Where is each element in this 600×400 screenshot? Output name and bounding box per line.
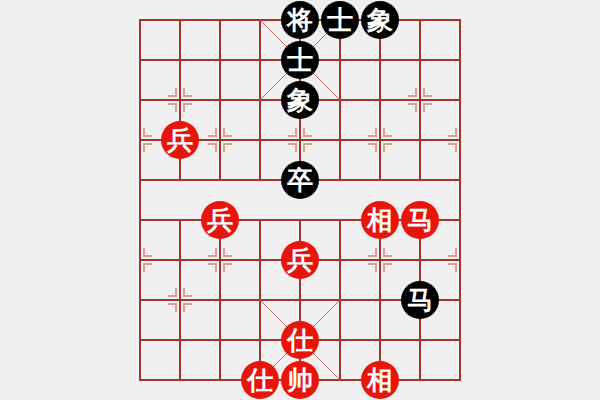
piece-red-pawn[interactable]: 兵 [201,201,239,239]
piece-red-elephant[interactable]: 相 [361,201,399,239]
piece-black-advisor[interactable]: 士 [281,41,319,79]
piece-red-pawn[interactable]: 兵 [281,241,319,279]
piece-black-elephant[interactable]: 象 [281,81,319,119]
xiangqi-screenshot: 将士象士象兵卒兵相马兵马仕仕帅相 [0,0,600,400]
piece-red-elephant[interactable]: 相 [361,361,399,399]
piece-red-advisor[interactable]: 仕 [281,321,319,359]
piece-black-horse[interactable]: 马 [401,281,439,319]
piece-black-advisor[interactable]: 士 [321,1,359,39]
piece-red-pawn[interactable]: 兵 [161,121,199,159]
piece-black-elephant[interactable]: 象 [361,1,399,39]
piece-red-general[interactable]: 帅 [281,361,319,399]
piece-black-general[interactable]: 将 [281,1,319,39]
piece-black-pawn[interactable]: 卒 [281,161,319,199]
piece-red-advisor[interactable]: 仕 [241,361,279,399]
piece-red-horse[interactable]: 马 [401,201,439,239]
xiangqi-board: 将士象士象兵卒兵相马兵马仕仕帅相 [120,0,480,400]
